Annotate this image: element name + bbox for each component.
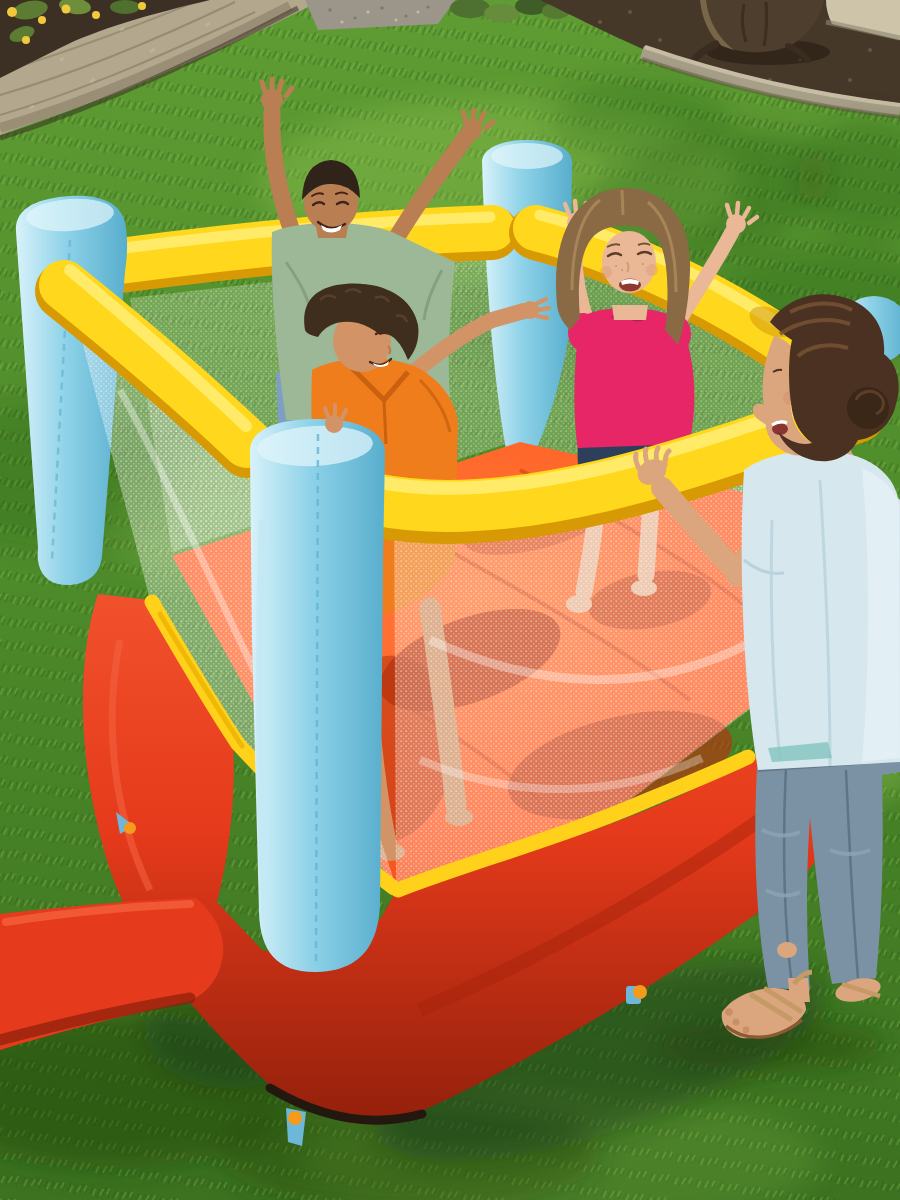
girl-neck <box>612 305 648 320</box>
back-foot-toes <box>777 942 797 958</box>
woman-tshirt <box>742 451 900 770</box>
corner-post-front <box>250 419 385 972</box>
photo-backyard-bounce-house <box>0 0 900 1200</box>
scene-canvas <box>0 0 900 1200</box>
